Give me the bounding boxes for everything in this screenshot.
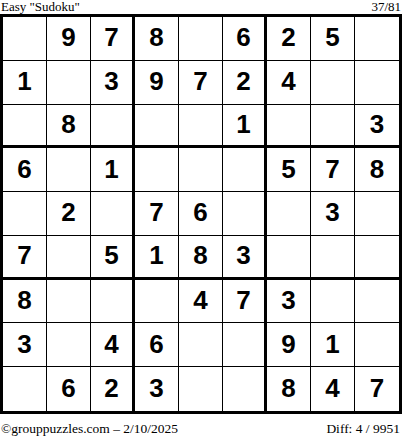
- sudoku-cell[interactable]: [179, 148, 223, 192]
- sudoku-cell: 3: [91, 61, 135, 105]
- sudoku-cell[interactable]: [91, 280, 135, 324]
- sudoku-cell: 7: [135, 192, 179, 236]
- sudoku-cell: 2: [91, 367, 135, 411]
- sudoku-cell: 9: [47, 17, 91, 61]
- copyright-text: ©grouppuzzles.com – 2/10/2025: [1, 421, 178, 436]
- sudoku-cell: 1: [311, 323, 355, 367]
- sudoku-cell: 6: [47, 367, 91, 411]
- sudoku-cell[interactable]: [355, 61, 399, 105]
- sudoku-cell[interactable]: [3, 367, 47, 411]
- puzzle-title: Easy "Sudoku": [1, 0, 80, 14]
- sudoku-cell[interactable]: [47, 61, 91, 105]
- sudoku-cell[interactable]: [355, 236, 399, 280]
- sudoku-cell[interactable]: [223, 192, 267, 236]
- sudoku-cell[interactable]: [355, 323, 399, 367]
- sudoku-cell: 3: [311, 192, 355, 236]
- sudoku-cell[interactable]: [135, 148, 179, 192]
- sudoku-board: 9786251397248136157827637518384733469162…: [0, 14, 402, 414]
- sudoku-cell: 4: [91, 323, 135, 367]
- sudoku-cell: 7: [3, 236, 47, 280]
- sudoku-cell[interactable]: [355, 192, 399, 236]
- difficulty-text: Diff: 4 / 9951: [326, 421, 400, 436]
- sudoku-cell: 8: [179, 236, 223, 280]
- sudoku-cell[interactable]: [223, 148, 267, 192]
- sudoku-cell: 3: [3, 323, 47, 367]
- sudoku-cell: 3: [267, 280, 311, 324]
- sudoku-cell[interactable]: [267, 236, 311, 280]
- sudoku-cell[interactable]: [47, 236, 91, 280]
- sudoku-cell: 7: [311, 148, 355, 192]
- sudoku-cell[interactable]: [179, 323, 223, 367]
- sudoku-cell: 2: [267, 17, 311, 61]
- sudoku-cell: 4: [311, 367, 355, 411]
- sudoku-cell: 6: [135, 323, 179, 367]
- sudoku-cell: 4: [267, 61, 311, 105]
- sudoku-cell[interactable]: [3, 105, 47, 149]
- sudoku-cell: 7: [179, 61, 223, 105]
- sudoku-cell[interactable]: [355, 280, 399, 324]
- sudoku-cell: 7: [91, 17, 135, 61]
- progress-counter: 37/81: [371, 0, 401, 14]
- sudoku-cell: 6: [223, 17, 267, 61]
- sudoku-cell[interactable]: [311, 236, 355, 280]
- sudoku-cell: 9: [267, 323, 311, 367]
- sudoku-cell[interactable]: [223, 367, 267, 411]
- sudoku-cell: 5: [267, 148, 311, 192]
- sudoku-page: Easy "Sudoku" 37/81 97862513972481361578…: [0, 0, 402, 437]
- sudoku-cell: 5: [311, 17, 355, 61]
- sudoku-cell: 3: [223, 236, 267, 280]
- sudoku-cell: 5: [91, 236, 135, 280]
- sudoku-cell[interactable]: [311, 61, 355, 105]
- sudoku-cell: 8: [135, 17, 179, 61]
- sudoku-cell[interactable]: [267, 105, 311, 149]
- sudoku-cell: 1: [3, 61, 47, 105]
- sudoku-cell[interactable]: [47, 323, 91, 367]
- sudoku-cell: 1: [135, 236, 179, 280]
- sudoku-cell: 1: [91, 148, 135, 192]
- sudoku-cell: 6: [3, 148, 47, 192]
- header: Easy "Sudoku" 37/81: [0, 0, 402, 14]
- sudoku-cell[interactable]: [311, 105, 355, 149]
- sudoku-cell[interactable]: [3, 17, 47, 61]
- sudoku-cell[interactable]: [267, 192, 311, 236]
- sudoku-cell[interactable]: [135, 105, 179, 149]
- sudoku-cell: 6: [179, 192, 223, 236]
- sudoku-cell: 7: [355, 367, 399, 411]
- sudoku-cell: 2: [223, 61, 267, 105]
- sudoku-cell[interactable]: [91, 105, 135, 149]
- sudoku-cell: 7: [223, 280, 267, 324]
- sudoku-cell: 3: [135, 367, 179, 411]
- sudoku-cell[interactable]: [179, 367, 223, 411]
- sudoku-cell: 3: [355, 105, 399, 149]
- sudoku-cell: 8: [267, 367, 311, 411]
- sudoku-cell[interactable]: [47, 280, 91, 324]
- sudoku-cell: 4: [179, 280, 223, 324]
- sudoku-cell: 1: [223, 105, 267, 149]
- sudoku-cell[interactable]: [179, 105, 223, 149]
- sudoku-cell[interactable]: [135, 280, 179, 324]
- sudoku-cell[interactable]: [179, 17, 223, 61]
- sudoku-cell[interactable]: [91, 192, 135, 236]
- footer: ©grouppuzzles.com – 2/10/2025 Diff: 4 / …: [0, 414, 402, 436]
- sudoku-cell[interactable]: [47, 148, 91, 192]
- sudoku-cell[interactable]: [311, 280, 355, 324]
- sudoku-cell[interactable]: [3, 192, 47, 236]
- sudoku-cell: 8: [355, 148, 399, 192]
- sudoku-cell: 9: [135, 61, 179, 105]
- sudoku-cell[interactable]: [355, 17, 399, 61]
- sudoku-cell: 8: [3, 280, 47, 324]
- sudoku-cell: 2: [47, 192, 91, 236]
- sudoku-cell[interactable]: [223, 323, 267, 367]
- sudoku-cell: 8: [47, 105, 91, 149]
